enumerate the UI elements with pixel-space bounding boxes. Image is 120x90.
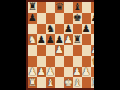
piece-black-bishop[interactable]: ♝ — [73, 2, 82, 12]
piece-black-king[interactable]: ♚ — [73, 13, 82, 23]
square-a7[interactable]: ♟ — [28, 13, 37, 24]
piece-white-bishop[interactable]: ♝ — [46, 77, 55, 87]
square-a4[interactable] — [28, 45, 37, 56]
piece-black-pawn[interactable]: ♟ — [82, 23, 91, 33]
piece-white-pawn[interactable]: ♟ — [55, 45, 64, 55]
piece-black-pawn[interactable]: ♟ — [28, 13, 37, 23]
piece-black-pawn[interactable]: ♟ — [64, 23, 73, 33]
piece-white-knight[interactable]: ♞ — [28, 34, 37, 44]
piece-white-pawn[interactable]: ♟ — [64, 34, 73, 44]
square-e5[interactable]: ♟ — [64, 34, 73, 45]
chess-board-frame: ♜♛♝♟♚♟♞♟♟♞♟♟♟♟♜♟♟♛♟♟♟♟♟♜♝♚♝♜ — [26, 0, 94, 90]
square-g5[interactable] — [82, 34, 91, 45]
piece-black-rook[interactable]: ♜ — [73, 34, 82, 44]
letterbox-left — [0, 0, 26, 90]
square-b2[interactable]: ♟ — [37, 67, 46, 78]
square-c1[interactable]: ♝ — [46, 77, 55, 88]
square-b1[interactable] — [37, 77, 46, 88]
piece-black-pawn[interactable]: ♟ — [46, 34, 55, 44]
square-a1[interactable]: ♜ — [28, 77, 37, 88]
square-c8[interactable] — [46, 2, 55, 13]
piece-white-rook[interactable]: ♜ — [28, 77, 37, 87]
piece-white-king[interactable]: ♚ — [64, 77, 73, 87]
square-b4[interactable] — [37, 45, 46, 56]
piece-white-pawn[interactable]: ♟ — [37, 66, 46, 76]
piece-black-knight[interactable]: ♞ — [46, 23, 55, 33]
square-g1[interactable] — [82, 77, 91, 88]
letterbox-right — [94, 0, 120, 90]
square-b5[interactable]: ♟ — [37, 34, 46, 45]
square-d1[interactable] — [55, 77, 64, 88]
square-b7[interactable] — [37, 13, 46, 24]
piece-white-bishop[interactable]: ♝ — [73, 77, 82, 87]
square-b8[interactable] — [37, 2, 46, 13]
square-f7[interactable]: ♚ — [73, 13, 82, 24]
square-g6[interactable]: ♟ — [82, 24, 91, 35]
piece-black-queen[interactable]: ♛ — [55, 2, 64, 12]
square-e1[interactable]: ♚ — [64, 77, 73, 88]
square-g4[interactable] — [82, 45, 91, 56]
square-d8[interactable]: ♛ — [55, 2, 64, 13]
piece-black-pawn[interactable]: ♟ — [55, 34, 64, 44]
piece-white-pawn[interactable]: ♟ — [73, 66, 82, 76]
square-e4[interactable] — [64, 45, 73, 56]
piece-white-pawn[interactable]: ♟ — [28, 66, 37, 76]
square-a5[interactable]: ♞ — [28, 34, 37, 45]
square-c4[interactable] — [46, 45, 55, 56]
square-f5[interactable]: ♜ — [73, 34, 82, 45]
piece-white-pawn[interactable]: ♟ — [46, 66, 55, 76]
square-f1[interactable]: ♝ — [73, 77, 82, 88]
square-d4[interactable]: ♟ — [55, 45, 64, 56]
piece-black-rook[interactable]: ♜ — [28, 2, 37, 12]
square-f4[interactable] — [73, 45, 82, 56]
piece-white-pawn[interactable]: ♟ — [82, 66, 91, 76]
square-g8[interactable] — [82, 2, 91, 13]
square-d3[interactable] — [55, 56, 64, 67]
piece-black-pawn[interactable]: ♟ — [37, 34, 46, 44]
chess-board[interactable]: ♜♛♝♟♚♟♞♟♟♞♟♟♟♟♜♟♟♛♟♟♟♟♟♜♝♚♝♜ — [28, 2, 92, 88]
square-d7[interactable] — [55, 13, 64, 24]
square-e3[interactable] — [64, 56, 73, 67]
video-frame: ♜♛♝♟♚♟♞♟♟♞♟♟♟♟♜♟♟♛♟♟♟♟♟♜♝♚♝♜ — [0, 0, 120, 90]
square-c5[interactable]: ♟ — [46, 34, 55, 45]
square-e8[interactable] — [64, 2, 73, 13]
square-d2[interactable] — [55, 67, 64, 78]
square-g2[interactable]: ♟ — [82, 67, 91, 78]
